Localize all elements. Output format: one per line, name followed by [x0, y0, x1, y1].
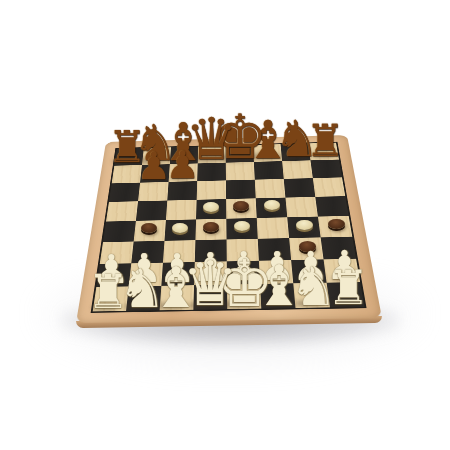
board-photo-scene: ♜♞♝♛♚♝♞♜♟♟♟♟♟♟♟♟♟♟♜♞♝♛♚♝♞♜ — [0, 0, 450, 450]
square-c5[interactable] — [166, 200, 197, 220]
square-a6[interactable] — [109, 183, 140, 202]
dark-checker-e5[interactable] — [233, 201, 249, 211]
dark-checker-h4[interactable] — [328, 219, 345, 229]
square-f4[interactable] — [257, 217, 289, 238]
square-g5[interactable] — [285, 197, 317, 217]
dark-pawn-b7[interactable]: ♟ — [131, 147, 177, 185]
square-b5[interactable] — [136, 201, 167, 221]
square-g6[interactable] — [284, 178, 316, 197]
square-h5[interactable] — [315, 196, 348, 216]
square-e6[interactable] — [226, 180, 256, 199]
light-checker-g4[interactable] — [296, 220, 313, 230]
square-h6[interactable] — [313, 177, 345, 196]
light-checker-f5[interactable] — [264, 200, 280, 210]
square-a4[interactable] — [103, 221, 136, 242]
square-f6[interactable] — [255, 179, 286, 198]
light-checker-c4[interactable] — [172, 223, 189, 233]
white-rook-a1[interactable]: ♜ — [80, 269, 136, 316]
square-a5[interactable] — [106, 201, 138, 221]
light-checker-d5[interactable] — [203, 202, 219, 212]
